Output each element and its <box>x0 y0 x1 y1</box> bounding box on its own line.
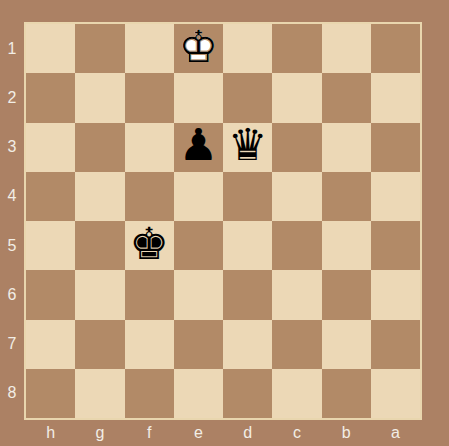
file-label-b: b <box>322 420 371 446</box>
black-queen-glyph: ♛ <box>228 123 267 167</box>
square-a4[interactable] <box>371 172 420 221</box>
file-label-f: f <box>125 420 174 446</box>
square-b3[interactable] <box>322 123 371 172</box>
white-king-fill-layer: ♚ <box>179 25 218 69</box>
square-h4[interactable] <box>26 172 75 221</box>
black-king[interactable]: ♚ <box>125 221 174 270</box>
square-g5[interactable] <box>75 221 124 270</box>
black-pawn[interactable]: ♟ <box>174 123 223 172</box>
square-c1[interactable] <box>272 24 321 73</box>
square-g4[interactable] <box>75 172 124 221</box>
square-e8[interactable] <box>174 369 223 418</box>
square-d5[interactable] <box>223 221 272 270</box>
square-h3[interactable] <box>26 123 75 172</box>
square-c4[interactable] <box>272 172 321 221</box>
square-h5[interactable] <box>26 221 75 270</box>
square-e3[interactable]: ♟ <box>174 123 223 172</box>
square-b4[interactable] <box>322 172 371 221</box>
square-d6[interactable] <box>223 270 272 319</box>
square-f4[interactable] <box>125 172 174 221</box>
square-h2[interactable] <box>26 73 75 122</box>
square-e5[interactable] <box>174 221 223 270</box>
square-a7[interactable] <box>371 320 420 369</box>
square-c5[interactable] <box>272 221 321 270</box>
square-e6[interactable] <box>174 270 223 319</box>
file-label-d: d <box>223 420 272 446</box>
square-d7[interactable] <box>223 320 272 369</box>
square-c6[interactable] <box>272 270 321 319</box>
square-a6[interactable] <box>371 270 420 319</box>
square-h6[interactable] <box>26 270 75 319</box>
black-pawn-glyph: ♟ <box>179 123 218 167</box>
square-g3[interactable] <box>75 123 124 172</box>
square-d2[interactable] <box>223 73 272 122</box>
square-a5[interactable] <box>371 221 420 270</box>
square-d3[interactable]: ♛ <box>223 123 272 172</box>
square-c2[interactable] <box>272 73 321 122</box>
square-c7[interactable] <box>272 320 321 369</box>
square-g7[interactable] <box>75 320 124 369</box>
square-f7[interactable] <box>125 320 174 369</box>
square-f1[interactable] <box>125 24 174 73</box>
square-f8[interactable] <box>125 369 174 418</box>
rank-label-5: 5 <box>0 221 24 270</box>
square-b1[interactable] <box>322 24 371 73</box>
square-e1[interactable]: ♚♔ <box>174 24 223 73</box>
square-e2[interactable] <box>174 73 223 122</box>
file-label-e: e <box>174 420 223 446</box>
square-d4[interactable] <box>223 172 272 221</box>
square-f2[interactable] <box>125 73 174 122</box>
square-g8[interactable] <box>75 369 124 418</box>
square-g2[interactable] <box>75 73 124 122</box>
square-a1[interactable] <box>371 24 420 73</box>
square-b5[interactable] <box>322 221 371 270</box>
square-e4[interactable] <box>174 172 223 221</box>
square-b2[interactable] <box>322 73 371 122</box>
black-queen[interactable]: ♛ <box>223 123 272 172</box>
rank-label-2: 2 <box>0 73 24 122</box>
white-king[interactable]: ♚♔ <box>174 24 223 73</box>
square-f3[interactable] <box>125 123 174 172</box>
file-label-c: c <box>272 420 321 446</box>
square-g1[interactable] <box>75 24 124 73</box>
square-b8[interactable] <box>322 369 371 418</box>
rank-label-6: 6 <box>0 270 24 319</box>
square-c3[interactable] <box>272 123 321 172</box>
rank-labels: 12345678 <box>0 24 24 418</box>
chess-board-frame: 12345678 ♚♔♟♛♚ hgfedcba <box>0 0 449 446</box>
square-h8[interactable] <box>26 369 75 418</box>
square-a3[interactable] <box>371 123 420 172</box>
file-labels: hgfedcba <box>26 420 420 446</box>
square-f6[interactable] <box>125 270 174 319</box>
square-c8[interactable] <box>272 369 321 418</box>
rank-label-3: 3 <box>0 123 24 172</box>
square-d8[interactable] <box>223 369 272 418</box>
square-b7[interactable] <box>322 320 371 369</box>
square-b6[interactable] <box>322 270 371 319</box>
rank-label-7: 7 <box>0 320 24 369</box>
rank-label-8: 8 <box>0 369 24 418</box>
file-label-a: a <box>371 420 420 446</box>
file-label-h: h <box>26 420 75 446</box>
chess-board: ♚♔♟♛♚ <box>24 22 422 420</box>
square-h7[interactable] <box>26 320 75 369</box>
black-king-glyph: ♚ <box>129 222 168 266</box>
square-f5[interactable]: ♚ <box>125 221 174 270</box>
file-label-g: g <box>75 420 124 446</box>
square-a8[interactable] <box>371 369 420 418</box>
square-a2[interactable] <box>371 73 420 122</box>
square-d1[interactable] <box>223 24 272 73</box>
square-g6[interactable] <box>75 270 124 319</box>
square-h1[interactable] <box>26 24 75 73</box>
rank-label-1: 1 <box>0 24 24 73</box>
square-e7[interactable] <box>174 320 223 369</box>
white-king-glyph: ♔ <box>179 25 218 69</box>
rank-label-4: 4 <box>0 172 24 221</box>
